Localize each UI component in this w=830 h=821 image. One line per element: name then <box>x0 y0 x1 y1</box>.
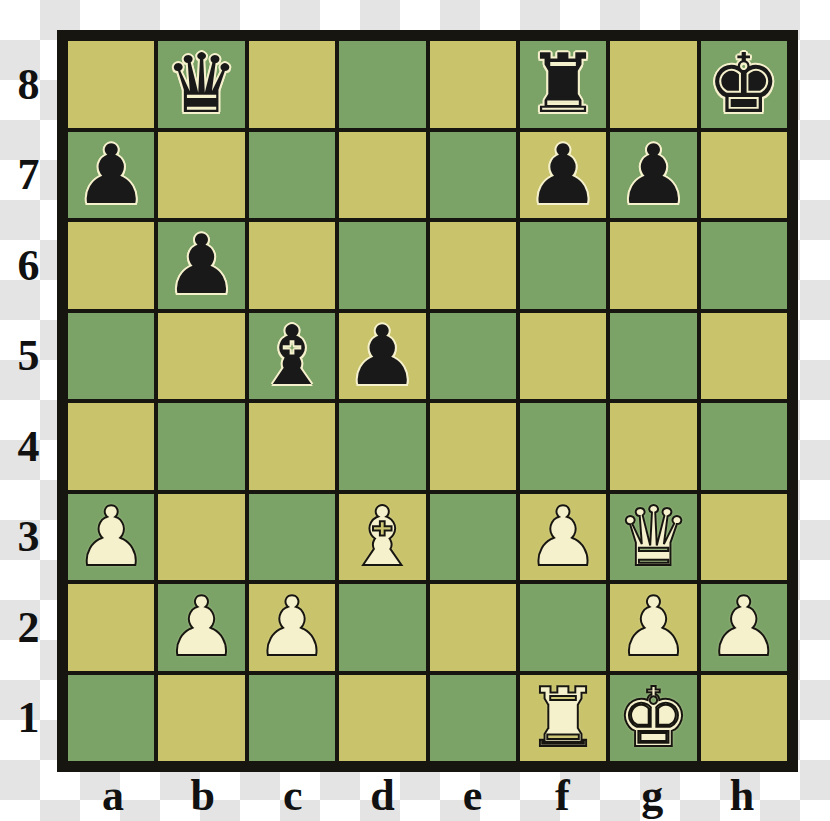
square-c7[interactable] <box>249 132 335 219</box>
black-king-h8: ♚ <box>707 43 781 125</box>
file-label-c: c <box>248 770 338 821</box>
square-g7[interactable]: ♟ <box>610 132 696 219</box>
file-label-e: e <box>428 770 518 821</box>
white-pawn-h2: ♟ <box>707 586 781 668</box>
square-b2[interactable]: ♟ <box>158 584 244 671</box>
square-g4[interactable] <box>610 403 696 490</box>
square-g5[interactable] <box>610 313 696 400</box>
white-bishop-d3: ♝ <box>346 496 420 578</box>
white-queen-g3: ♛ <box>617 496 691 578</box>
square-f4[interactable] <box>520 403 606 490</box>
square-c8[interactable] <box>249 41 335 128</box>
square-a1[interactable] <box>68 675 154 762</box>
black-pawn-a7: ♟ <box>74 134 148 216</box>
square-d2[interactable] <box>339 584 425 671</box>
square-d1[interactable] <box>339 675 425 762</box>
square-c4[interactable] <box>249 403 335 490</box>
file-label-h: h <box>697 770 787 821</box>
square-c1[interactable] <box>249 675 335 762</box>
square-g3[interactable]: ♛ <box>610 494 696 581</box>
square-e7[interactable] <box>430 132 516 219</box>
rank-label-4: 4 <box>0 403 57 490</box>
square-a5[interactable] <box>68 313 154 400</box>
square-c6[interactable] <box>249 222 335 309</box>
black-pawn-g7: ♟ <box>617 134 691 216</box>
white-pawn-g2: ♟ <box>617 586 691 668</box>
square-f2[interactable] <box>520 584 606 671</box>
square-e1[interactable] <box>430 675 516 762</box>
square-b4[interactable] <box>158 403 244 490</box>
square-e6[interactable] <box>430 222 516 309</box>
square-g2[interactable]: ♟ <box>610 584 696 671</box>
square-f3[interactable]: ♟ <box>520 494 606 581</box>
square-f6[interactable] <box>520 222 606 309</box>
black-queen-b8: ♛ <box>165 43 239 125</box>
square-e4[interactable] <box>430 403 516 490</box>
square-b7[interactable] <box>158 132 244 219</box>
white-rook-f1: ♜ <box>526 677 600 759</box>
file-label-g: g <box>607 770 697 821</box>
square-h1[interactable] <box>701 675 787 762</box>
square-d5[interactable]: ♟ <box>339 313 425 400</box>
black-rook-f8: ♜ <box>526 43 600 125</box>
square-d7[interactable] <box>339 132 425 219</box>
rank-label-2: 2 <box>0 584 57 671</box>
square-b1[interactable] <box>158 675 244 762</box>
square-a3[interactable]: ♟ <box>68 494 154 581</box>
square-h7[interactable] <box>701 132 787 219</box>
square-d6[interactable] <box>339 222 425 309</box>
square-f8[interactable]: ♜ <box>520 41 606 128</box>
square-g8[interactable] <box>610 41 696 128</box>
square-a6[interactable] <box>68 222 154 309</box>
square-d3[interactable]: ♝ <box>339 494 425 581</box>
black-pawn-f7: ♟ <box>526 134 600 216</box>
rank-label-3: 3 <box>0 494 57 581</box>
chess-board: ♛♜♚♟♟♟♟♝♟♟♝♟♛♟♟♟♟♜♚ <box>68 41 787 761</box>
square-a4[interactable] <box>68 403 154 490</box>
square-h5[interactable] <box>701 313 787 400</box>
square-b8[interactable]: ♛ <box>158 41 244 128</box>
white-pawn-a3: ♟ <box>74 496 148 578</box>
rank-label-6: 6 <box>0 222 57 309</box>
square-b3[interactable] <box>158 494 244 581</box>
square-d8[interactable] <box>339 41 425 128</box>
square-f5[interactable] <box>520 313 606 400</box>
white-king-g1: ♚ <box>617 677 691 759</box>
square-e5[interactable] <box>430 313 516 400</box>
white-pawn-b2: ♟ <box>165 586 239 668</box>
square-b6[interactable]: ♟ <box>158 222 244 309</box>
file-label-a: a <box>68 770 158 821</box>
square-h4[interactable] <box>701 403 787 490</box>
square-c3[interactable] <box>249 494 335 581</box>
square-a2[interactable] <box>68 584 154 671</box>
square-d4[interactable] <box>339 403 425 490</box>
black-pawn-d5: ♟ <box>346 315 420 397</box>
rank-label-8: 8 <box>0 41 57 128</box>
square-f7[interactable]: ♟ <box>520 132 606 219</box>
square-g6[interactable] <box>610 222 696 309</box>
black-pawn-b6: ♟ <box>165 224 239 306</box>
square-e8[interactable] <box>430 41 516 128</box>
square-a7[interactable]: ♟ <box>68 132 154 219</box>
board-frame: ♛♜♚♟♟♟♟♝♟♟♝♟♛♟♟♟♟♜♚ <box>57 30 798 772</box>
file-labels: a b c d e f g h <box>68 770 787 818</box>
square-e2[interactable] <box>430 584 516 671</box>
rank-label-7: 7 <box>0 132 57 219</box>
square-e3[interactable] <box>430 494 516 581</box>
file-label-f: f <box>517 770 607 821</box>
square-c5[interactable]: ♝ <box>249 313 335 400</box>
square-g1[interactable]: ♚ <box>610 675 696 762</box>
square-h2[interactable]: ♟ <box>701 584 787 671</box>
square-c2[interactable]: ♟ <box>249 584 335 671</box>
white-pawn-f3: ♟ <box>526 496 600 578</box>
square-a8[interactable] <box>68 41 154 128</box>
square-h6[interactable] <box>701 222 787 309</box>
black-bishop-c5: ♝ <box>255 315 329 397</box>
white-pawn-c2: ♟ <box>255 586 329 668</box>
square-f1[interactable]: ♜ <box>520 675 606 762</box>
square-h8[interactable]: ♚ <box>701 41 787 128</box>
square-b5[interactable] <box>158 313 244 400</box>
rank-label-1: 1 <box>0 675 57 762</box>
file-label-d: d <box>338 770 428 821</box>
chessboard-diagram: 8 7 6 5 4 3 2 1 ♛♜♚♟♟♟♟♝♟♟♝♟♛♟♟♟♟♜♚ a b … <box>0 0 830 821</box>
rank-labels: 8 7 6 5 4 3 2 1 <box>0 41 57 761</box>
square-h3[interactable] <box>701 494 787 581</box>
file-label-b: b <box>158 770 248 821</box>
rank-label-5: 5 <box>0 313 57 400</box>
